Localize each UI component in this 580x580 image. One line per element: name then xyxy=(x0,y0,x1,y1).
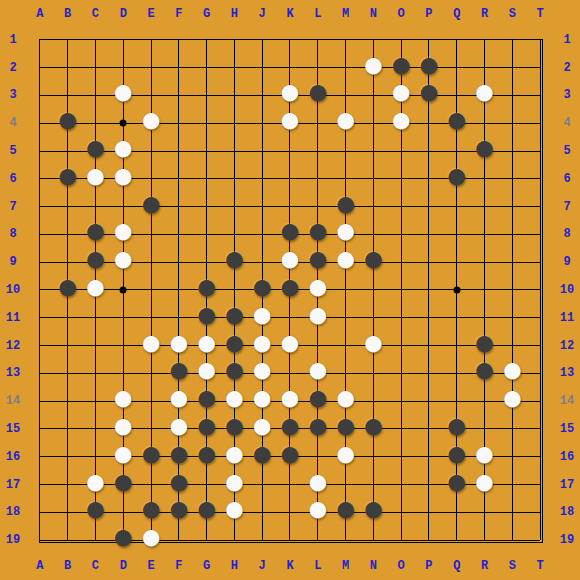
grid-line-horizontal xyxy=(40,456,54,457)
intersection-M9[interactable]: ● xyxy=(332,248,360,276)
intersection-Q12[interactable] xyxy=(443,332,471,360)
grid-line-vertical xyxy=(428,248,429,276)
intersection-N12[interactable]: ● xyxy=(359,332,387,360)
intersection-L6[interactable] xyxy=(304,165,332,193)
white-stone: ● xyxy=(332,108,360,136)
intersection-K1[interactable] xyxy=(276,26,304,54)
intersection-D3[interactable]: ● xyxy=(109,82,137,110)
intersection-N9[interactable]: ● xyxy=(359,248,387,276)
intersection-B7[interactable] xyxy=(54,193,82,221)
intersection-E16[interactable]: ● xyxy=(137,443,165,471)
intersection-S5[interactable] xyxy=(498,137,526,165)
intersection-Q6[interactable]: ● xyxy=(443,165,471,193)
intersection-P11[interactable] xyxy=(415,304,443,332)
intersection-N3[interactable] xyxy=(359,82,387,110)
intersection-T12[interactable] xyxy=(526,332,554,360)
intersection-D19[interactable]: ● xyxy=(109,526,137,554)
intersection-O10[interactable] xyxy=(387,276,415,304)
intersection-F9[interactable] xyxy=(165,248,193,276)
intersection-M4[interactable]: ● xyxy=(332,109,360,137)
intersection-K18[interactable] xyxy=(276,498,304,526)
intersection-P17[interactable] xyxy=(415,471,443,499)
intersection-H5[interactable] xyxy=(221,137,249,165)
intersection-J7[interactable] xyxy=(248,193,276,221)
intersection-S3[interactable] xyxy=(498,82,526,110)
grid-line-vertical xyxy=(262,498,263,526)
intersection-O14[interactable] xyxy=(387,387,415,415)
intersection-A16[interactable] xyxy=(26,443,54,471)
intersection-P16[interactable] xyxy=(415,443,443,471)
intersection-K6[interactable] xyxy=(276,165,304,193)
intersection-D17[interactable]: ● xyxy=(109,471,137,499)
intersection-F7[interactable] xyxy=(165,193,193,221)
intersection-J2[interactable] xyxy=(248,54,276,82)
intersection-S1[interactable] xyxy=(498,26,526,54)
intersection-R18[interactable] xyxy=(471,498,499,526)
column-label-top-R: R xyxy=(481,8,488,20)
intersection-Q7[interactable] xyxy=(443,193,471,221)
intersection-T1[interactable] xyxy=(526,26,554,54)
grid-line-vertical xyxy=(67,332,68,360)
intersection-S10[interactable] xyxy=(498,276,526,304)
grid-line-vertical xyxy=(39,415,40,443)
black-stone: ● xyxy=(359,497,387,525)
grid-line-vertical xyxy=(206,165,207,193)
intersection-R9[interactable] xyxy=(471,248,499,276)
intersection-C19[interactable] xyxy=(82,526,110,554)
intersection-M18[interactable]: ● xyxy=(332,498,360,526)
intersection-F8[interactable] xyxy=(165,221,193,249)
intersection-G2[interactable] xyxy=(193,54,221,82)
grid-line-vertical xyxy=(262,54,263,82)
intersection-C10[interactable]: ● xyxy=(82,276,110,304)
row-label-left-6: 6 xyxy=(9,173,16,185)
grid-line-vertical xyxy=(178,276,179,304)
star-point-Q10 xyxy=(453,286,460,293)
row-label-left-8: 8 xyxy=(9,228,16,240)
intersection-G4[interactable] xyxy=(193,109,221,137)
intersection-M10[interactable] xyxy=(332,276,360,304)
intersection-C3[interactable] xyxy=(82,82,110,110)
intersection-P13[interactable] xyxy=(415,359,443,387)
intersection-O16[interactable] xyxy=(387,443,415,471)
intersection-J3[interactable] xyxy=(248,82,276,110)
intersection-P18[interactable] xyxy=(415,498,443,526)
intersection-P6[interactable] xyxy=(415,165,443,193)
intersection-O8[interactable] xyxy=(387,221,415,249)
intersection-F19[interactable] xyxy=(165,526,193,554)
intersection-J17[interactable] xyxy=(248,471,276,499)
intersection-B15[interactable] xyxy=(54,415,82,443)
intersection-E12[interactable]: ● xyxy=(137,332,165,360)
intersection-C11[interactable] xyxy=(82,304,110,332)
intersection-F2[interactable] xyxy=(165,54,193,82)
intersection-S6[interactable] xyxy=(498,165,526,193)
black-stone: ● xyxy=(54,108,82,136)
intersection-G16[interactable]: ● xyxy=(193,443,221,471)
intersection-A12[interactable] xyxy=(26,332,54,360)
intersection-M12[interactable] xyxy=(332,332,360,360)
intersection-R19[interactable] xyxy=(471,526,499,554)
intersection-P3[interactable]: ● xyxy=(415,82,443,110)
intersection-R5[interactable]: ● xyxy=(471,137,499,165)
black-stone: ● xyxy=(137,442,165,470)
black-stone: ● xyxy=(359,414,387,442)
intersection-E1[interactable] xyxy=(137,26,165,54)
intersection-P12[interactable] xyxy=(415,332,443,360)
intersection-G3[interactable] xyxy=(193,82,221,110)
intersection-B6[interactable]: ● xyxy=(54,165,82,193)
intersection-Q1[interactable] xyxy=(443,26,471,54)
intersection-J5[interactable] xyxy=(248,137,276,165)
intersection-R8[interactable] xyxy=(471,221,499,249)
intersection-N19[interactable] xyxy=(359,526,387,554)
intersection-A7[interactable] xyxy=(26,193,54,221)
intersection-H7[interactable] xyxy=(221,193,249,221)
intersection-J18[interactable] xyxy=(248,498,276,526)
intersection-J19[interactable] xyxy=(248,526,276,554)
intersection-A5[interactable] xyxy=(26,137,54,165)
intersection-O19[interactable] xyxy=(387,526,415,554)
intersection-S18[interactable] xyxy=(498,498,526,526)
intersection-G1[interactable] xyxy=(193,26,221,54)
intersection-C13[interactable] xyxy=(82,359,110,387)
intersection-L19[interactable] xyxy=(304,526,332,554)
intersection-R17[interactable]: ● xyxy=(471,471,499,499)
intersection-R3[interactable]: ● xyxy=(471,82,499,110)
intersection-S9[interactable] xyxy=(498,248,526,276)
intersection-E9[interactable] xyxy=(137,248,165,276)
intersection-B8[interactable] xyxy=(54,221,82,249)
intersection-P7[interactable] xyxy=(415,193,443,221)
intersection-L15[interactable]: ● xyxy=(304,415,332,443)
grid-line-vertical xyxy=(39,332,40,360)
intersection-L5[interactable] xyxy=(304,137,332,165)
intersection-K12[interactable]: ● xyxy=(276,332,304,360)
intersection-E5[interactable] xyxy=(137,137,165,165)
intersection-K10[interactable]: ● xyxy=(276,276,304,304)
intersection-P10[interactable] xyxy=(415,276,443,304)
column-label-bottom-C: C xyxy=(92,560,99,572)
intersection-A1[interactable] xyxy=(26,26,54,54)
intersection-A17[interactable] xyxy=(26,471,54,499)
grid-line-horizontal xyxy=(526,317,540,318)
intersection-E4[interactable]: ● xyxy=(137,109,165,137)
intersection-Q2[interactable] xyxy=(443,54,471,82)
intersection-Q13[interactable] xyxy=(443,359,471,387)
intersection-D1[interactable] xyxy=(109,26,137,54)
intersection-S16[interactable] xyxy=(498,443,526,471)
grid-line-vertical xyxy=(67,471,68,499)
intersection-O4[interactable]: ● xyxy=(387,109,415,137)
intersection-A10[interactable] xyxy=(26,276,54,304)
intersection-P14[interactable] xyxy=(415,387,443,415)
intersection-E7[interactable]: ● xyxy=(137,193,165,221)
intersection-F4[interactable] xyxy=(165,109,193,137)
intersection-E14[interactable] xyxy=(137,387,165,415)
intersection-T8[interactable] xyxy=(526,221,554,249)
intersection-P9[interactable] xyxy=(415,248,443,276)
intersection-S2[interactable] xyxy=(498,54,526,82)
intersection-B11[interactable] xyxy=(54,304,82,332)
intersection-T2[interactable] xyxy=(526,54,554,82)
intersection-B10[interactable]: ● xyxy=(54,276,82,304)
black-stone: ● xyxy=(471,136,499,164)
intersection-M16[interactable]: ● xyxy=(332,443,360,471)
intersection-S4[interactable] xyxy=(498,109,526,137)
intersection-O5[interactable] xyxy=(387,137,415,165)
intersection-D9[interactable]: ● xyxy=(109,248,137,276)
grid-line-vertical xyxy=(401,248,402,276)
intersection-B13[interactable] xyxy=(54,359,82,387)
grid-line-vertical xyxy=(123,304,124,332)
intersection-A15[interactable] xyxy=(26,415,54,443)
intersection-G19[interactable] xyxy=(193,526,221,554)
row-label-right-19: 19 xyxy=(560,534,574,546)
intersection-T14[interactable] xyxy=(526,387,554,415)
intersection-T15[interactable] xyxy=(526,415,554,443)
intersection-J4[interactable] xyxy=(248,109,276,137)
grid-line-vertical xyxy=(512,471,513,499)
intersection-E19[interactable]: ● xyxy=(137,526,165,554)
grid-line-vertical xyxy=(178,40,179,54)
intersection-L3[interactable]: ● xyxy=(304,82,332,110)
column-label-top-M: M xyxy=(342,8,349,20)
intersection-E2[interactable] xyxy=(137,54,165,82)
intersection-N2[interactable]: ● xyxy=(359,54,387,82)
intersection-O15[interactable] xyxy=(387,415,415,443)
intersection-S14[interactable]: ● xyxy=(498,387,526,415)
intersection-H9[interactable]: ● xyxy=(221,248,249,276)
white-stone: ● xyxy=(276,331,304,359)
intersection-M1[interactable] xyxy=(332,26,360,54)
intersection-M5[interactable] xyxy=(332,137,360,165)
intersection-N7[interactable] xyxy=(359,193,387,221)
intersection-B19[interactable] xyxy=(54,526,82,554)
intersection-A13[interactable] xyxy=(26,359,54,387)
intersection-F10[interactable] xyxy=(165,276,193,304)
intersection-N5[interactable] xyxy=(359,137,387,165)
grid-line-vertical xyxy=(95,82,96,110)
intersection-T6[interactable] xyxy=(526,165,554,193)
intersection-D10[interactable] xyxy=(109,276,137,304)
intersection-A14[interactable] xyxy=(26,387,54,415)
intersection-G18[interactable]: ● xyxy=(193,498,221,526)
intersection-T11[interactable] xyxy=(526,304,554,332)
grid-line-vertical xyxy=(289,526,290,540)
intersection-Q17[interactable]: ● xyxy=(443,471,471,499)
intersection-R10[interactable] xyxy=(471,276,499,304)
intersection-E13[interactable] xyxy=(137,359,165,387)
intersection-S17[interactable] xyxy=(498,471,526,499)
intersection-A6[interactable] xyxy=(26,165,54,193)
intersection-O7[interactable] xyxy=(387,193,415,221)
intersection-M2[interactable] xyxy=(332,54,360,82)
white-stone: ● xyxy=(109,81,137,109)
intersection-D6[interactable]: ● xyxy=(109,165,137,193)
intersection-O6[interactable] xyxy=(387,165,415,193)
column-label-bottom-T: T xyxy=(536,560,543,572)
intersection-N10[interactable] xyxy=(359,276,387,304)
intersection-A2[interactable] xyxy=(26,54,54,82)
intersection-D11[interactable] xyxy=(109,304,137,332)
intersection-K17[interactable] xyxy=(276,471,304,499)
intersection-Q19[interactable] xyxy=(443,526,471,554)
intersection-K19[interactable] xyxy=(276,526,304,554)
column-label-bottom-N: N xyxy=(370,560,377,572)
intersection-A9[interactable] xyxy=(26,248,54,276)
intersection-R7[interactable] xyxy=(471,193,499,221)
intersection-J6[interactable] xyxy=(248,165,276,193)
intersection-L4[interactable] xyxy=(304,109,332,137)
intersection-F6[interactable] xyxy=(165,165,193,193)
intersection-K5[interactable] xyxy=(276,137,304,165)
intersection-G6[interactable] xyxy=(193,165,221,193)
intersection-O11[interactable] xyxy=(387,304,415,332)
grid-line-vertical xyxy=(67,415,68,443)
intersection-B16[interactable] xyxy=(54,443,82,471)
intersection-N16[interactable] xyxy=(359,443,387,471)
intersection-B4[interactable]: ● xyxy=(54,109,82,137)
intersection-T9[interactable] xyxy=(526,248,554,276)
intersection-C6[interactable]: ● xyxy=(82,165,110,193)
intersection-M11[interactable] xyxy=(332,304,360,332)
intersection-M19[interactable] xyxy=(332,526,360,554)
intersection-O17[interactable] xyxy=(387,471,415,499)
grid-line-vertical xyxy=(206,109,207,137)
intersection-R13[interactable]: ● xyxy=(471,359,499,387)
intersection-Q8[interactable] xyxy=(443,221,471,249)
intersection-T13[interactable] xyxy=(526,359,554,387)
intersection-C14[interactable] xyxy=(82,387,110,415)
intersection-T4[interactable] xyxy=(526,109,554,137)
intersection-N18[interactable]: ● xyxy=(359,498,387,526)
intersection-B1[interactable] xyxy=(54,26,82,54)
intersection-Q4[interactable]: ● xyxy=(443,109,471,137)
intersection-A18[interactable] xyxy=(26,498,54,526)
intersection-N4[interactable] xyxy=(359,109,387,137)
intersection-O18[interactable] xyxy=(387,498,415,526)
intersection-O13[interactable] xyxy=(387,359,415,387)
intersection-G7[interactable] xyxy=(193,193,221,221)
grid-line-vertical xyxy=(373,137,374,165)
intersection-C2[interactable] xyxy=(82,54,110,82)
intersection-J1[interactable] xyxy=(248,26,276,54)
intersection-J8[interactable] xyxy=(248,221,276,249)
intersection-H19[interactable] xyxy=(221,526,249,554)
intersection-T7[interactable] xyxy=(526,193,554,221)
intersection-O12[interactable] xyxy=(387,332,415,360)
intersection-H2[interactable] xyxy=(221,54,249,82)
intersection-L11[interactable]: ● xyxy=(304,304,332,332)
intersection-P8[interactable] xyxy=(415,221,443,249)
intersection-D12[interactable] xyxy=(109,332,137,360)
intersection-A11[interactable] xyxy=(26,304,54,332)
grid-line-vertical xyxy=(151,359,152,387)
intersection-K16[interactable]: ● xyxy=(276,443,304,471)
intersection-Q10[interactable] xyxy=(443,276,471,304)
intersection-E10[interactable] xyxy=(137,276,165,304)
intersection-A19[interactable] xyxy=(26,526,54,554)
intersection-O9[interactable] xyxy=(387,248,415,276)
intersection-T3[interactable] xyxy=(526,82,554,110)
intersection-N6[interactable] xyxy=(359,165,387,193)
grid-line-vertical xyxy=(428,387,429,415)
intersection-A8[interactable] xyxy=(26,221,54,249)
intersection-C1[interactable] xyxy=(82,26,110,54)
intersection-B17[interactable] xyxy=(54,471,82,499)
intersection-C12[interactable] xyxy=(82,332,110,360)
intersection-N15[interactable]: ● xyxy=(359,415,387,443)
intersection-H6[interactable] xyxy=(221,165,249,193)
intersection-F1[interactable] xyxy=(165,26,193,54)
intersection-L1[interactable] xyxy=(304,26,332,54)
intersection-S11[interactable] xyxy=(498,304,526,332)
intersection-K4[interactable]: ● xyxy=(276,109,304,137)
intersection-B2[interactable] xyxy=(54,54,82,82)
intersection-P4[interactable] xyxy=(415,109,443,137)
intersection-B18[interactable] xyxy=(54,498,82,526)
intersection-S8[interactable] xyxy=(498,221,526,249)
intersection-L18[interactable]: ● xyxy=(304,498,332,526)
intersection-B14[interactable] xyxy=(54,387,82,415)
intersection-F5[interactable] xyxy=(165,137,193,165)
intersection-F18[interactable]: ● xyxy=(165,498,193,526)
intersection-T16[interactable] xyxy=(526,443,554,471)
grid-line-vertical xyxy=(123,40,124,54)
intersection-J16[interactable]: ● xyxy=(248,443,276,471)
intersection-R14[interactable] xyxy=(471,387,499,415)
grid-line-vertical xyxy=(428,415,429,443)
intersection-Q11[interactable] xyxy=(443,304,471,332)
intersection-T18[interactable] xyxy=(526,498,554,526)
intersection-N13[interactable] xyxy=(359,359,387,387)
intersection-A4[interactable] xyxy=(26,109,54,137)
grid-line-horizontal xyxy=(526,262,540,263)
intersection-P19[interactable] xyxy=(415,526,443,554)
grid-line-vertical xyxy=(95,526,96,540)
intersection-G8[interactable] xyxy=(193,221,221,249)
intersection-T10[interactable] xyxy=(526,276,554,304)
intersection-T17[interactable] xyxy=(526,471,554,499)
intersection-R6[interactable] xyxy=(471,165,499,193)
intersection-H4[interactable] xyxy=(221,109,249,137)
intersection-H1[interactable] xyxy=(221,26,249,54)
intersection-G5[interactable] xyxy=(193,137,221,165)
intersection-B12[interactable] xyxy=(54,332,82,360)
intersection-F3[interactable] xyxy=(165,82,193,110)
intersection-H18[interactable]: ● xyxy=(221,498,249,526)
intersection-A3[interactable] xyxy=(26,82,54,110)
intersection-Q9[interactable] xyxy=(443,248,471,276)
intersection-C18[interactable]: ● xyxy=(82,498,110,526)
intersection-T19[interactable] xyxy=(526,526,554,554)
grid-line-horizontal xyxy=(526,401,540,402)
intersection-S15[interactable] xyxy=(498,415,526,443)
intersection-P15[interactable] xyxy=(415,415,443,443)
intersection-P5[interactable] xyxy=(415,137,443,165)
intersection-R1[interactable] xyxy=(471,26,499,54)
intersection-T5[interactable] xyxy=(526,137,554,165)
intersection-H3[interactable] xyxy=(221,82,249,110)
intersection-S19[interactable] xyxy=(498,526,526,554)
intersection-C15[interactable] xyxy=(82,415,110,443)
white-stone: ● xyxy=(109,247,137,275)
intersection-Q18[interactable] xyxy=(443,498,471,526)
grid-line-vertical xyxy=(67,443,68,471)
intersection-E8[interactable] xyxy=(137,221,165,249)
intersection-S7[interactable] xyxy=(498,193,526,221)
